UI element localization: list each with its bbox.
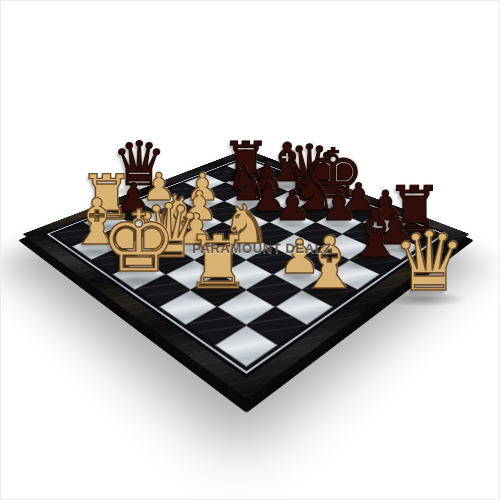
watermark: PARAMOUNT DEALZ: [192, 241, 331, 256]
chess-set-product-photo: ♝♛♚♟♟♜♜♟♞♟♟♞♟♟♝♟♟♟♟♞♟♝♞♟♜♛♜♝♚♛♛ PARAMOUN…: [0, 0, 500, 500]
board-playing-field: [54, 158, 439, 367]
chess-board: [23, 149, 470, 399]
